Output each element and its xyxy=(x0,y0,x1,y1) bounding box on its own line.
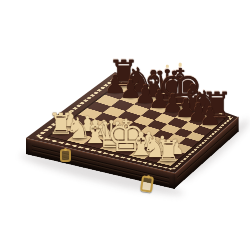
light-finial xyxy=(179,63,182,67)
brass-clasp-icon xyxy=(140,175,154,193)
clasp-pin xyxy=(146,175,149,178)
piece-white-rook: ♜ xyxy=(155,137,181,166)
piece-black-pawn: ♟ xyxy=(199,104,221,129)
clasp-pin xyxy=(64,148,67,151)
product-photo-scene: ♜♞♝♛♚♝♞♜♟♟♟♟♟♟♟♟♟♟♟♟♟♟♟♟♜♞♝♛♚♝♞♜ xyxy=(0,0,250,250)
brass-clasp-icon xyxy=(60,149,71,162)
